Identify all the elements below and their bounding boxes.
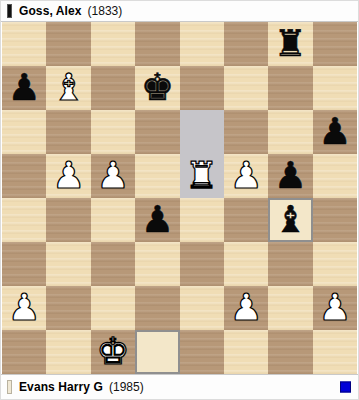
square-a1[interactable] <box>2 330 46 374</box>
square-h1[interactable] <box>313 330 357 374</box>
square-e8[interactable] <box>180 22 224 66</box>
piece-white-pawn[interactable]: ♟ <box>96 154 129 198</box>
piece-white-bishop[interactable]: ♝ <box>52 66 85 110</box>
square-b7[interactable]: ♝ <box>46 66 90 110</box>
square-g2[interactable] <box>268 286 312 330</box>
square-c2[interactable] <box>91 286 135 330</box>
square-a6[interactable] <box>2 110 46 154</box>
square-b6[interactable] <box>46 110 90 154</box>
square-f4[interactable] <box>224 198 268 242</box>
chess-game-window: Goss, Alex (1833) ♜♟♝♚♟♟♟♜♟♟♟♝♟♟♟♚ Evans… <box>0 0 359 400</box>
square-g4[interactable]: ♝ <box>268 198 312 242</box>
square-c3[interactable] <box>91 242 135 286</box>
square-f2[interactable]: ♟ <box>224 286 268 330</box>
square-b1[interactable] <box>46 330 90 374</box>
square-e1[interactable] <box>180 330 224 374</box>
piece-white-pawn[interactable]: ♟ <box>229 286 262 330</box>
piece-black-pawn[interactable]: ♟ <box>141 198 174 242</box>
square-a8[interactable] <box>2 22 46 66</box>
white-player-bar: Evans Harry G (1985) <box>1 374 358 399</box>
square-e3[interactable] <box>180 242 224 286</box>
white-player-name: Evans Harry G <box>19 380 103 394</box>
square-a4[interactable] <box>2 198 46 242</box>
square-h5[interactable] <box>313 154 357 198</box>
piece-black-pawn[interactable]: ♟ <box>318 110 351 154</box>
white-player-rating: (1985) <box>109 380 144 394</box>
square-b2[interactable] <box>46 286 90 330</box>
square-b3[interactable] <box>46 242 90 286</box>
square-d2[interactable] <box>135 286 179 330</box>
black-player-bar: Goss, Alex (1833) <box>1 1 358 22</box>
square-g1[interactable] <box>268 330 312 374</box>
piece-black-pawn[interactable]: ♟ <box>274 154 307 198</box>
square-g5[interactable]: ♟ <box>268 154 312 198</box>
piece-white-rook[interactable]: ♜ <box>185 154 218 198</box>
square-g3[interactable] <box>268 242 312 286</box>
square-b5[interactable]: ♟ <box>46 154 90 198</box>
square-a5[interactable] <box>2 154 46 198</box>
square-e5[interactable]: ♜ <box>180 154 224 198</box>
square-d3[interactable] <box>135 242 179 286</box>
square-d1[interactable] <box>135 330 179 374</box>
square-f8[interactable] <box>224 22 268 66</box>
piece-white-pawn[interactable]: ♟ <box>52 154 85 198</box>
square-b4[interactable] <box>46 198 90 242</box>
square-d6[interactable] <box>135 110 179 154</box>
square-g8[interactable]: ♜ <box>268 22 312 66</box>
square-d4[interactable]: ♟ <box>135 198 179 242</box>
piece-white-pawn[interactable]: ♟ <box>318 286 351 330</box>
white-to-move-indicator <box>340 382 351 393</box>
chess-board: ♜♟♝♚♟♟♟♜♟♟♟♝♟♟♟♚ <box>2 22 357 374</box>
square-c5[interactable]: ♟ <box>91 154 135 198</box>
square-b8[interactable] <box>46 22 90 66</box>
square-h6[interactable]: ♟ <box>313 110 357 154</box>
square-a2[interactable]: ♟ <box>2 286 46 330</box>
square-e7[interactable] <box>180 66 224 110</box>
black-player-rating: (1833) <box>88 4 123 18</box>
square-g7[interactable] <box>268 66 312 110</box>
piece-white-king[interactable]: ♚ <box>96 330 129 374</box>
square-e6[interactable] <box>180 110 224 154</box>
square-f7[interactable] <box>224 66 268 110</box>
square-c8[interactable] <box>91 22 135 66</box>
square-e4[interactable] <box>180 198 224 242</box>
square-e2[interactable] <box>180 286 224 330</box>
square-c6[interactable] <box>91 110 135 154</box>
square-c4[interactable] <box>91 198 135 242</box>
square-d7[interactable]: ♚ <box>135 66 179 110</box>
piece-black-pawn[interactable]: ♟ <box>8 66 41 110</box>
square-f6[interactable] <box>224 110 268 154</box>
black-player-color-icon <box>7 4 12 18</box>
square-c7[interactable] <box>91 66 135 110</box>
black-player-name: Goss, Alex <box>19 4 82 18</box>
square-g6[interactable] <box>268 110 312 154</box>
square-f1[interactable] <box>224 330 268 374</box>
piece-black-king[interactable]: ♚ <box>141 66 174 110</box>
square-h3[interactable] <box>313 242 357 286</box>
square-h8[interactable] <box>313 22 357 66</box>
square-a7[interactable]: ♟ <box>2 66 46 110</box>
square-h7[interactable] <box>313 66 357 110</box>
square-h4[interactable] <box>313 198 357 242</box>
square-d8[interactable] <box>135 22 179 66</box>
white-player-color-icon <box>7 380 12 394</box>
square-f3[interactable] <box>224 242 268 286</box>
piece-white-pawn[interactable]: ♟ <box>229 154 262 198</box>
square-f5[interactable]: ♟ <box>224 154 268 198</box>
piece-black-bishop[interactable]: ♝ <box>274 198 307 242</box>
square-c1[interactable]: ♚ <box>91 330 135 374</box>
piece-black-rook[interactable]: ♜ <box>274 22 307 66</box>
square-d5[interactable] <box>135 154 179 198</box>
square-a3[interactable] <box>2 242 46 286</box>
piece-white-pawn[interactable]: ♟ <box>8 286 41 330</box>
square-h2[interactable]: ♟ <box>313 286 357 330</box>
